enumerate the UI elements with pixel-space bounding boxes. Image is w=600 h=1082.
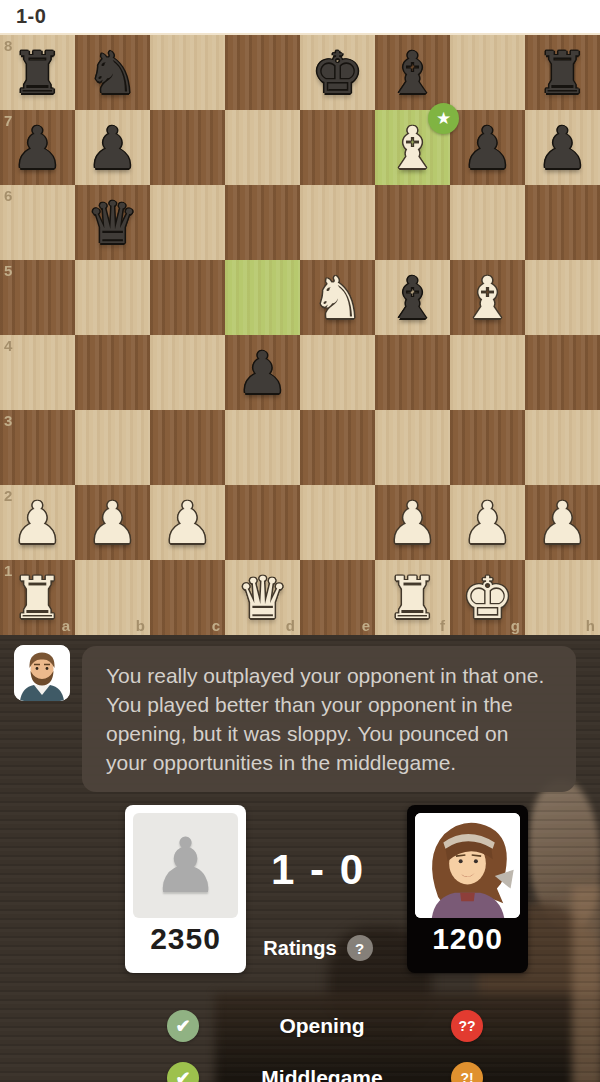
square-c4[interactable]: [150, 335, 225, 410]
square-f1[interactable]: f♜: [375, 560, 450, 635]
square-h6[interactable]: [525, 185, 600, 260]
game-result-text: 1-0: [16, 5, 46, 28]
square-e5[interactable]: ♞: [300, 260, 375, 335]
black-king-e8: ♚: [300, 35, 375, 110]
star-icon: ★: [436, 110, 451, 127]
square-e6[interactable]: [300, 185, 375, 260]
square-c2[interactable]: ♟: [150, 485, 225, 560]
white-pawn-b2: ♟: [75, 485, 150, 560]
girl-avatar-image: [415, 813, 520, 918]
square-g8[interactable]: [450, 35, 525, 110]
coach-message-text: You really outplayed your opponent in th…: [106, 661, 552, 777]
square-b2[interactable]: ♟: [75, 485, 150, 560]
phase-row-middlegame[interactable]: ✔Middlegame?!: [0, 1062, 600, 1082]
black-pawn-d4: ♟: [225, 335, 300, 410]
square-d2[interactable]: [225, 485, 300, 560]
game-review-screen: 1-0 ★ 8♜♞♚♝♜7♟♟♝♟♟6♛5♞♝♝4♟32♟♟♟♟♟♟1a♜bcd…: [0, 0, 600, 1082]
file-label-h: h: [586, 617, 595, 634]
square-d6[interactable]: [225, 185, 300, 260]
square-d3[interactable]: [225, 410, 300, 485]
square-g3[interactable]: [450, 410, 525, 485]
white-bishop-g5: ♝: [450, 260, 525, 335]
white-middlegame-grade-icon: ✔: [167, 1062, 199, 1082]
background-photo-knight: [528, 780, 600, 930]
square-e4[interactable]: [300, 335, 375, 410]
white-pawn-f2: ♟: [375, 485, 450, 560]
game-review-panel: You really outplayed your opponent in th…: [0, 635, 600, 1082]
square-f5[interactable]: ♝: [375, 260, 450, 335]
black-pawn-b7: ♟: [75, 110, 150, 185]
square-h5[interactable]: [525, 260, 600, 335]
black-rook-a8: ♜: [0, 35, 75, 110]
phase-label-middlegame: Middlegame: [232, 1066, 412, 1082]
square-g2[interactable]: ♟: [450, 485, 525, 560]
white-opening-grade-icon: ✔: [167, 1010, 199, 1042]
white-pawn-c2: ♟: [150, 485, 225, 560]
black-queen-b6: ♛: [75, 185, 150, 260]
black-pawn-a7: ♟: [0, 110, 75, 185]
square-b8[interactable]: ♞: [75, 35, 150, 110]
chess-board[interactable]: ★ 8♜♞♚♝♜7♟♟♝♟♟6♛5♞♝♝4♟32♟♟♟♟♟♟1a♜bcd♛ef♜…: [0, 35, 600, 635]
square-g1[interactable]: g♚: [450, 560, 525, 635]
square-h1[interactable]: h: [525, 560, 600, 635]
coach-avatar: [14, 645, 70, 701]
square-g7[interactable]: ♟: [450, 110, 525, 185]
square-f4[interactable]: [375, 335, 450, 410]
square-b5[interactable]: [75, 260, 150, 335]
square-a6[interactable]: 6: [0, 185, 75, 260]
black-bishop-f5: ♝: [375, 260, 450, 335]
square-b1[interactable]: b: [75, 560, 150, 635]
black-knight-b8: ♞: [75, 35, 150, 110]
coach-message-bubble: You really outplayed your opponent in th…: [82, 646, 576, 792]
square-c7[interactable]: [150, 110, 225, 185]
best-move-star-badge: ★: [428, 103, 459, 134]
white-queen-d1: ♛: [225, 560, 300, 635]
square-d1[interactable]: d♛: [225, 560, 300, 635]
square-f2[interactable]: ♟: [375, 485, 450, 560]
square-a4[interactable]: 4: [0, 335, 75, 410]
black-rook-h8: ♜: [525, 35, 600, 110]
ratings-row: Ratings ?: [222, 935, 414, 961]
square-e8[interactable]: ♚: [300, 35, 375, 110]
square-f8[interactable]: ♝: [375, 35, 450, 110]
phase-label-opening: Opening: [232, 1014, 412, 1038]
ratings-label: Ratings: [263, 937, 336, 960]
white-rook-a1: ♜: [0, 560, 75, 635]
square-e2[interactable]: [300, 485, 375, 560]
black-pawn-h7: ♟: [525, 110, 600, 185]
file-label-c: c: [212, 617, 220, 634]
square-a3[interactable]: 3: [0, 410, 75, 485]
square-h3[interactable]: [525, 410, 600, 485]
rank-label-6: 6: [4, 187, 12, 204]
square-c5[interactable]: [150, 260, 225, 335]
square-a5[interactable]: 5: [0, 260, 75, 335]
top-bar: 1-0: [0, 0, 600, 35]
white-knight-e5: ♞: [300, 260, 375, 335]
square-g4[interactable]: [450, 335, 525, 410]
black-middlegame-grade-icon: ?!: [451, 1062, 483, 1082]
white-king-g1: ♚: [450, 560, 525, 635]
square-h4[interactable]: [525, 335, 600, 410]
rank-label-4: 4: [4, 337, 12, 354]
square-h2[interactable]: ♟: [525, 485, 600, 560]
rank-label-3: 3: [4, 412, 12, 429]
square-d8[interactable]: [225, 35, 300, 110]
square-c8[interactable]: [150, 35, 225, 110]
square-b6[interactable]: ♛: [75, 185, 150, 260]
square-b3[interactable]: [75, 410, 150, 485]
square-h7[interactable]: ♟: [525, 110, 600, 185]
black-opening-grade-icon: ??: [451, 1010, 483, 1042]
square-f3[interactable]: [375, 410, 450, 485]
score-text: 1 - 0: [232, 846, 404, 894]
help-icon[interactable]: ?: [347, 935, 373, 961]
square-d4[interactable]: ♟: [225, 335, 300, 410]
square-f6[interactable]: [375, 185, 450, 260]
square-c3[interactable]: [150, 410, 225, 485]
square-d7[interactable]: [225, 110, 300, 185]
square-a8[interactable]: 8♜: [0, 35, 75, 110]
square-e3[interactable]: [300, 410, 375, 485]
rank-label-5: 5: [4, 262, 12, 279]
square-h8[interactable]: ♜: [525, 35, 600, 110]
square-a7[interactable]: 7♟: [0, 110, 75, 185]
coach-avatar-image: [14, 645, 70, 701]
square-a2[interactable]: 2♟: [0, 485, 75, 560]
square-a1[interactable]: 1a♜: [0, 560, 75, 635]
file-label-e: e: [362, 617, 370, 634]
square-c6[interactable]: [150, 185, 225, 260]
file-label-b: b: [136, 617, 145, 634]
white-pawn-h2: ♟: [525, 485, 600, 560]
square-e7[interactable]: [300, 110, 375, 185]
black-player-rating: 1200: [407, 922, 528, 956]
square-b4[interactable]: [75, 335, 150, 410]
white-rook-f1: ♜: [375, 560, 450, 635]
square-d5[interactable]: [225, 260, 300, 335]
white-pawn-g2: ♟: [450, 485, 525, 560]
black-player-avatar: [415, 813, 520, 918]
square-g6[interactable]: [450, 185, 525, 260]
background-photo-highlight: [572, 885, 600, 1082]
black-pawn-g7: ♟: [450, 110, 525, 185]
white-player-avatar: ♟: [133, 813, 238, 918]
black-bishop-f8: ♝: [375, 35, 450, 110]
square-b7[interactable]: ♟: [75, 110, 150, 185]
black-player-card[interactable]: 1200: [407, 805, 528, 973]
phase-row-opening[interactable]: ✔Opening??: [0, 1010, 600, 1044]
white-pawn-a2: ♟: [0, 485, 75, 560]
square-c1[interactable]: c: [150, 560, 225, 635]
square-g5[interactable]: ♝: [450, 260, 525, 335]
square-e1[interactable]: e: [300, 560, 375, 635]
white-pawn-icon: ♟: [151, 828, 219, 904]
